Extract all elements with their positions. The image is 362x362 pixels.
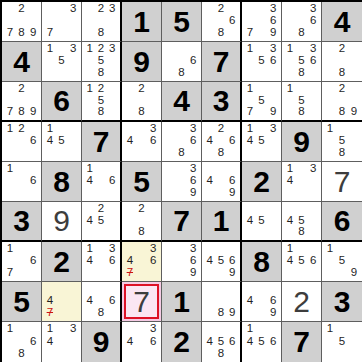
candidate-6: 6 <box>27 135 39 147</box>
cell-r7c1[interactable]: 167 <box>2 242 42 282</box>
cell-r2c7[interactable]: 1356 <box>242 42 282 82</box>
pencil-marks: 28 <box>122 82 161 120</box>
candidate-9: 9 <box>187 267 199 279</box>
cell-r3c8[interactable]: 158 <box>282 82 322 122</box>
cell-r6c6[interactable]: 1 <box>202 202 242 242</box>
candidate-4: 4 <box>84 295 95 307</box>
candidate-4: 4 <box>124 335 136 347</box>
candidate-6: 6 <box>107 295 118 307</box>
cell-r4c2[interactable]: 145 <box>42 122 82 162</box>
cell-r9c5[interactable]: 2 <box>162 322 202 362</box>
cell-r1c4[interactable]: 1 <box>122 2 162 42</box>
candidate-8: 8 <box>296 226 308 238</box>
candidate-6: 6 <box>267 335 279 347</box>
candidate-3: 3 <box>147 123 159 135</box>
pencil-marks: 16 <box>2 162 41 201</box>
cell-r6c3[interactable]: 245 <box>82 202 122 242</box>
candidate-9: 9 <box>267 27 279 39</box>
candidate-4: 4 <box>84 175 95 187</box>
candidate-1: 1 <box>44 123 56 135</box>
candidate-4: 4 <box>124 255 136 267</box>
candidate-9: 9 <box>27 106 39 118</box>
cell-r3c5[interactable]: 4 <box>162 82 202 122</box>
given-digit: 5 <box>173 7 190 37</box>
candidate-1: 1 <box>284 243 296 255</box>
candidate-2: 2 <box>336 83 348 95</box>
cell-r2c1[interactable]: 4 <box>2 42 42 82</box>
pencil-marks: 1258 <box>82 82 120 120</box>
cell-r9c1[interactable]: 168 <box>2 322 42 362</box>
cell-r8c1[interactable]: 5 <box>2 282 42 322</box>
candidate-1: 1 <box>284 83 296 95</box>
given-digit: 9 <box>293 127 310 157</box>
candidate-8: 8 <box>296 27 308 39</box>
given-digit: 8 <box>53 167 70 197</box>
cell-r7c6[interactable]: 4569 <box>202 242 242 282</box>
candidate-4: 4 <box>284 255 296 267</box>
cell-r5c1[interactable]: 16 <box>2 162 42 202</box>
cell-r2c9[interactable]: 28 <box>322 42 362 82</box>
candidate-4: 4 <box>204 335 215 347</box>
pencil-marks: 134 <box>42 322 81 362</box>
cell-r9c9[interactable]: 15 <box>322 322 362 362</box>
cell-r4c4[interactable]: 346 <box>122 122 162 162</box>
candidate-8: 8 <box>176 147 188 159</box>
cell-r2c5[interactable]: 68 <box>162 42 202 82</box>
pencil-marks: 28 <box>322 42 362 81</box>
user-digit: 7 <box>334 167 351 197</box>
pencil-marks: 468 <box>82 282 120 321</box>
candidate-1: 1 <box>4 243 16 255</box>
candidate-9: 9 <box>267 106 279 118</box>
cell-r3c4[interactable]: 28 <box>122 82 162 122</box>
cell-r4c9[interactable]: 158 <box>322 122 362 162</box>
candidate-8: 8 <box>95 27 106 39</box>
pencil-marks: 1345 <box>242 122 281 161</box>
cell-r8c9[interactable]: 3 <box>322 282 362 322</box>
candidate-6: 6 <box>267 295 279 307</box>
cell-r1c6[interactable]: 268 <box>202 2 242 42</box>
pencil-marks: 28 <box>122 202 161 240</box>
pencil-marks: 15 <box>322 322 362 362</box>
given-digit: 4 <box>13 47 30 77</box>
user-digit: 9 <box>53 206 70 236</box>
pencil-marks: 159 <box>322 242 362 281</box>
pencil-marks: 368 <box>162 122 201 161</box>
candidate-6: 6 <box>307 255 319 267</box>
cell-r6c2[interactable]: 9 <box>42 202 82 242</box>
pencil-marks: 2789 <box>2 2 41 41</box>
cell-r9c4[interactable]: 346 <box>122 322 162 362</box>
given-digit: 5 <box>133 167 150 197</box>
given-digit: 9 <box>93 327 110 357</box>
candidate-5: 5 <box>336 335 348 347</box>
candidate-7: 7 <box>244 106 256 118</box>
candidate-3: 3 <box>307 3 319 15</box>
candidate-4: 4 <box>44 335 56 347</box>
pencil-marks: 1579 <box>242 82 281 120</box>
candidate-6: 6 <box>227 135 238 147</box>
candidate-1: 1 <box>84 243 95 255</box>
candidate-6: 6 <box>267 15 279 27</box>
candidate-5: 5 <box>256 135 268 147</box>
candidate-1: 1 <box>324 243 336 255</box>
candidate-2: 2 <box>16 3 28 15</box>
candidate-1: 1 <box>4 323 16 335</box>
pencil-marks: 245 <box>82 202 120 240</box>
candidate-1: 1 <box>284 163 296 175</box>
cell-r6c1[interactable]: 3 <box>2 202 42 242</box>
candidate-6: 6 <box>187 175 199 187</box>
cell-r9c8[interactable]: 7 <box>282 322 322 362</box>
cell-r3c2[interactable]: 6 <box>42 82 82 122</box>
candidate-4: 4 <box>204 175 215 187</box>
candidate-6: 6 <box>227 255 238 267</box>
candidate-2: 2 <box>95 3 106 15</box>
candidate-6: 6 <box>107 255 118 267</box>
candidate-9: 9 <box>227 187 238 199</box>
cell-r7c9[interactable]: 159 <box>322 242 362 282</box>
candidate-6: 6 <box>227 335 238 347</box>
candidate-6: 6 <box>27 335 39 347</box>
cell-r7c5[interactable]: 369 <box>162 242 202 282</box>
cell-r2c8[interactable]: 13568 <box>282 42 322 82</box>
candidate-3: 3 <box>147 243 159 255</box>
candidate-4: 4 <box>244 295 256 307</box>
cell-r8c3[interactable]: 468 <box>82 282 122 322</box>
cell-r5c3[interactable]: 146 <box>82 162 122 202</box>
candidate-5: 5 <box>256 95 268 107</box>
candidate-4: 4 <box>244 135 256 147</box>
cell-r6c9[interactable]: 6 <box>322 202 362 242</box>
candidate-3: 3 <box>307 43 319 55</box>
candidate-4: 4 <box>284 215 296 227</box>
cell-r5c6[interactable]: 469 <box>202 162 242 202</box>
candidate-8: 8 <box>336 67 348 79</box>
eliminated-candidate-7: 7 <box>44 307 56 319</box>
cell-r9c3[interactable]: 9 <box>82 322 122 362</box>
candidate-5: 5 <box>296 255 308 267</box>
cell-r1c2[interactable]: 37 <box>42 2 82 42</box>
candidate-9: 9 <box>27 27 39 39</box>
cell-r5c8[interactable]: 134 <box>282 162 322 202</box>
candidate-2: 2 <box>336 43 348 55</box>
cell-r1c3[interactable]: 238 <box>82 2 122 42</box>
cell-r1c7[interactable]: 3679 <box>242 2 282 42</box>
pencil-marks: 167 <box>2 242 41 281</box>
candidate-6: 6 <box>107 175 118 187</box>
cell-r4c3[interactable]: 7 <box>82 122 122 162</box>
cell-r7c2[interactable]: 2 <box>42 242 82 282</box>
candidate-8: 8 <box>215 307 226 319</box>
cell-r8c2[interactable]: 47 <box>42 282 82 322</box>
cell-r1c5[interactable]: 5 <box>162 2 202 42</box>
pencil-marks: 1346 <box>82 242 120 281</box>
candidate-5: 5 <box>215 335 226 347</box>
given-digit: 3 <box>213 86 230 116</box>
cell-r6c8[interactable]: 458 <box>282 202 322 242</box>
candidate-4: 4 <box>84 255 95 267</box>
candidate-5: 5 <box>95 55 106 67</box>
given-digit: 1 <box>133 7 150 37</box>
pencil-marks: 1456 <box>242 322 281 362</box>
candidate-1: 1 <box>244 83 256 95</box>
cell-r8c7[interactable]: 469 <box>242 282 282 322</box>
cell-r1c8[interactable]: 368 <box>282 2 322 42</box>
given-digit: 1 <box>173 287 190 317</box>
pencil-marks: 158 <box>322 122 362 161</box>
candidate-9: 9 <box>227 267 238 279</box>
candidate-3: 3 <box>67 323 79 335</box>
given-digit: 2 <box>173 327 190 357</box>
candidate-4: 4 <box>204 255 215 267</box>
candidate-4: 4 <box>244 335 256 347</box>
cell-r3c7[interactable]: 1579 <box>242 82 282 122</box>
pencil-marks: 346 <box>122 122 161 161</box>
candidate-1: 1 <box>244 43 256 55</box>
candidate-2: 2 <box>215 3 226 15</box>
given-digit: 3 <box>334 287 351 317</box>
candidate-3: 3 <box>147 323 159 335</box>
candidate-2: 2 <box>95 43 106 55</box>
candidate-8: 8 <box>215 27 226 39</box>
user-digit: 7 <box>133 287 150 317</box>
cell-r7c3[interactable]: 1346 <box>82 242 122 282</box>
cell-r4c6[interactable]: 2468 <box>202 122 242 162</box>
pencil-marks: 12358 <box>82 42 120 81</box>
candidate-8: 8 <box>95 307 106 319</box>
cell-r5c9[interactable]: 7 <box>322 162 362 202</box>
candidate-6: 6 <box>147 335 159 347</box>
candidate-1: 1 <box>324 123 336 135</box>
candidate-7: 7 <box>44 27 56 39</box>
cell-r9c2[interactable]: 134 <box>42 322 82 362</box>
cell-r4c1[interactable]: 126 <box>2 122 42 162</box>
cell-r8c4[interactable]: 7 <box>122 282 162 322</box>
cell-r7c8[interactable]: 1456 <box>282 242 322 282</box>
candidate-5: 5 <box>336 135 348 147</box>
pencil-marks: 4569 <box>202 242 240 281</box>
candidate-6: 6 <box>227 15 238 27</box>
candidate-2: 2 <box>95 203 106 215</box>
candidate-8: 8 <box>95 106 106 118</box>
cell-r3c1[interactable]: 2789 <box>2 82 42 122</box>
user-digit: 2 <box>293 287 310 317</box>
candidate-1: 1 <box>84 163 95 175</box>
candidate-4: 4 <box>84 215 95 227</box>
pencil-marks: 238 <box>82 2 120 41</box>
candidate-4: 4 <box>44 135 56 147</box>
pencil-marks: 369 <box>162 162 201 201</box>
pencil-marks: 168 <box>2 322 41 362</box>
cell-r2c6[interactable]: 7 <box>202 42 242 82</box>
candidate-3: 3 <box>307 163 319 175</box>
candidate-3: 3 <box>107 3 118 15</box>
candidate-3: 3 <box>187 163 199 175</box>
candidate-5: 5 <box>336 255 348 267</box>
candidate-5: 5 <box>95 215 106 227</box>
cell-r6c5[interactable]: 7 <box>162 202 202 242</box>
candidate-7: 7 <box>244 27 256 39</box>
candidate-5: 5 <box>296 55 308 67</box>
cell-r8c5[interactable]: 1 <box>162 282 202 322</box>
cell-r3c3[interactable]: 1258 <box>82 82 122 122</box>
pencil-marks: 368 <box>282 2 321 41</box>
pencil-marks: 1356 <box>242 42 281 81</box>
pencil-marks: 369 <box>162 242 201 281</box>
candidate-3: 3 <box>267 123 279 135</box>
cell-r5c7[interactable]: 2 <box>242 162 282 202</box>
candidate-5: 5 <box>256 335 268 347</box>
cell-r1c1[interactable]: 2789 <box>2 2 42 42</box>
candidate-3: 3 <box>67 3 79 15</box>
candidate-1: 1 <box>244 323 256 335</box>
candidate-7: 7 <box>4 267 16 279</box>
candidate-8: 8 <box>176 67 188 79</box>
given-digit: 4 <box>173 86 190 116</box>
candidate-1: 1 <box>44 323 56 335</box>
eliminated-candidate-7: 7 <box>124 267 136 279</box>
candidate-3: 3 <box>107 243 118 255</box>
candidate-1: 1 <box>324 323 336 335</box>
cell-r7c7[interactable]: 8 <box>242 242 282 282</box>
cell-r1c9[interactable]: 4 <box>322 2 362 42</box>
candidate-1: 1 <box>244 123 256 135</box>
pencil-marks: 13568 <box>282 42 321 81</box>
candidate-3: 3 <box>107 43 118 55</box>
candidate-9: 9 <box>187 187 199 199</box>
candidate-6: 6 <box>27 175 39 187</box>
candidate-4: 4 <box>284 175 296 187</box>
given-digit: 4 <box>334 7 351 37</box>
given-digit: 6 <box>53 86 70 116</box>
candidate-8: 8 <box>136 106 148 118</box>
pencil-marks: 268 <box>202 2 240 41</box>
cell-r4c8[interactable]: 9 <box>282 122 322 162</box>
cell-r3c9[interactable]: 289 <box>322 82 362 122</box>
cell-r2c2[interactable]: 135 <box>42 42 82 82</box>
cell-r2c3[interactable]: 12358 <box>82 42 122 82</box>
candidate-3: 3 <box>187 243 199 255</box>
candidate-6: 6 <box>187 255 199 267</box>
pencil-marks: 134 <box>282 162 321 201</box>
given-digit: 8 <box>253 247 270 277</box>
candidate-8: 8 <box>336 106 348 118</box>
candidate-5: 5 <box>256 215 268 227</box>
cell-r8c6[interactable]: 89 <box>202 282 242 322</box>
candidate-2: 2 <box>16 83 28 95</box>
pencil-marks: 469 <box>242 282 281 321</box>
pencil-marks: 37 <box>42 2 81 41</box>
given-digit: 7 <box>293 327 310 357</box>
cell-r5c5[interactable]: 369 <box>162 162 202 202</box>
pencil-marks: 68 <box>162 42 201 81</box>
cell-r3c6[interactable]: 3 <box>202 82 242 122</box>
candidate-2: 2 <box>95 83 106 95</box>
pencil-marks: 2789 <box>2 82 41 120</box>
candidate-4: 4 <box>124 135 136 147</box>
candidate-6: 6 <box>187 55 199 67</box>
given-digit: 5 <box>13 287 30 317</box>
candidate-8: 8 <box>215 147 226 159</box>
pencil-marks: 89 <box>202 282 240 321</box>
candidate-6: 6 <box>267 55 279 67</box>
pencil-marks: 346 <box>122 322 161 362</box>
given-digit: 3 <box>13 206 30 236</box>
given-digit: 9 <box>133 47 150 77</box>
candidate-1: 1 <box>4 123 16 135</box>
candidate-5: 5 <box>56 135 68 147</box>
candidate-1: 1 <box>4 163 16 175</box>
pencil-marks: 135 <box>42 42 81 81</box>
given-digit: 1 <box>213 206 230 236</box>
cell-r6c7[interactable]: 45 <box>242 202 282 242</box>
pencil-marks: 3467 <box>122 242 161 281</box>
cell-r9c6[interactable]: 4568 <box>202 322 242 362</box>
candidate-6: 6 <box>27 255 39 267</box>
candidate-8: 8 <box>296 106 308 118</box>
cell-r5c4[interactable]: 5 <box>122 162 162 202</box>
cell-r9c7[interactable]: 1456 <box>242 322 282 362</box>
cell-r5c2[interactable]: 8 <box>42 162 82 202</box>
candidate-5: 5 <box>215 255 226 267</box>
candidate-6: 6 <box>187 135 199 147</box>
pencil-marks: 2468 <box>202 122 240 161</box>
candidate-5: 5 <box>56 55 68 67</box>
cell-r4c7[interactable]: 1345 <box>242 122 282 162</box>
given-digit: 7 <box>93 127 110 157</box>
candidate-8: 8 <box>296 67 308 79</box>
candidate-7: 7 <box>4 106 16 118</box>
candidate-8: 8 <box>215 348 226 360</box>
given-digit: 2 <box>253 167 270 197</box>
candidate-1: 1 <box>84 83 95 95</box>
candidate-6: 6 <box>227 175 238 187</box>
candidate-7: 7 <box>4 27 16 39</box>
pencil-marks: 47 <box>42 282 81 321</box>
candidate-2: 2 <box>136 83 148 95</box>
candidate-8: 8 <box>16 348 28 360</box>
pencil-marks: 4568 <box>202 322 240 362</box>
candidate-4: 4 <box>204 135 215 147</box>
candidate-3: 3 <box>187 123 199 135</box>
candidate-5: 5 <box>256 55 268 67</box>
candidate-3: 3 <box>267 43 279 55</box>
candidate-1: 1 <box>284 43 296 55</box>
cell-r7c4[interactable]: 3467 <box>122 242 162 282</box>
given-digit: 6 <box>334 206 351 236</box>
candidate-9: 9 <box>267 307 279 319</box>
given-digit: 7 <box>213 47 230 77</box>
candidate-9: 9 <box>348 106 360 118</box>
candidate-3: 3 <box>267 3 279 15</box>
cell-r6c4[interactable]: 28 <box>122 202 162 242</box>
pencil-marks: 289 <box>322 82 362 120</box>
pencil-marks: 146 <box>82 162 120 201</box>
pencil-marks: 145 <box>42 122 81 161</box>
cell-r4c5[interactable]: 368 <box>162 122 202 162</box>
candidate-8: 8 <box>136 226 148 238</box>
candidate-6: 6 <box>307 15 319 27</box>
pencil-marks: 158 <box>282 82 321 120</box>
pencil-marks: 3679 <box>242 2 281 41</box>
given-digit: 2 <box>53 247 70 277</box>
candidate-9: 9 <box>227 307 238 319</box>
candidate-8: 8 <box>16 106 28 118</box>
cell-r2c4[interactable]: 9 <box>122 42 162 82</box>
pencil-marks: 126 <box>2 122 41 161</box>
cell-r8c8[interactable]: 2 <box>282 282 322 322</box>
